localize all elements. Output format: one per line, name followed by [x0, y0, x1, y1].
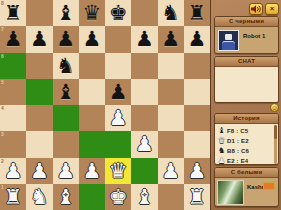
sidebar: × С черными Robot 1 CHAT ☺ История — [210, 0, 281, 210]
square-a1[interactable]: 1♜ — [0, 184, 26, 210]
square-g2[interactable]: ♟ — [158, 158, 184, 184]
square-d2[interactable]: ♟ — [79, 158, 105, 184]
square-c1[interactable]: ♝ — [53, 184, 79, 210]
smiley-icon: ☺ — [271, 104, 278, 111]
chess-board: 8♜♝♛♚♞♜7♟♟♟♟♟♟♟6♞5♝♟4♟3♟2♟♟♟♟♛♟♟1♜♞♝♚♝♜ — [0, 0, 210, 210]
square-a6[interactable]: 6 — [0, 53, 26, 79]
square-d1[interactable] — [79, 184, 105, 210]
player-avatar-photo — [217, 180, 244, 205]
square-f1[interactable]: ♝ — [131, 184, 157, 210]
white-pawn-icon: ♟ — [218, 156, 227, 165]
square-b2[interactable]: ♟ — [26, 158, 52, 184]
white-rook-a1: ♜ — [4, 184, 23, 210]
square-c3[interactable] — [53, 131, 79, 157]
square-h7[interactable]: ♟ — [184, 26, 210, 52]
square-f3[interactable]: ♟ — [131, 131, 157, 157]
square-g8[interactable]: ♞ — [158, 0, 184, 26]
square-a7[interactable]: 7♟ — [0, 26, 26, 52]
square-g4[interactable] — [158, 105, 184, 131]
square-b3[interactable] — [26, 131, 52, 157]
square-c5[interactable]: ♝ — [53, 79, 79, 105]
move-text: B8 : C6 — [227, 148, 249, 154]
square-a3[interactable]: 3 — [0, 131, 26, 157]
history-move-row[interactable]: ♞B8 : C6 — [218, 146, 272, 156]
square-b4[interactable] — [26, 105, 52, 131]
square-g3[interactable] — [158, 131, 184, 157]
black-pawn-c7: ♟ — [56, 26, 75, 52]
chat-panel: CHAT — [214, 56, 279, 103]
robot-icon — [225, 34, 232, 40]
rank-label-5: 5 — [1, 79, 4, 85]
sound-button[interactable] — [249, 3, 263, 15]
square-e7[interactable] — [105, 26, 131, 52]
white-pawn-c2: ♟ — [56, 158, 75, 184]
square-a5[interactable]: 5 — [0, 79, 26, 105]
white-pawn-g2: ♟ — [161, 158, 180, 184]
square-d5[interactable] — [79, 79, 105, 105]
black-knight-icon: ♞ — [218, 146, 227, 156]
white-queen-e2: ♛ — [109, 158, 128, 184]
rank-label-4: 4 — [1, 105, 4, 111]
square-e3[interactable] — [105, 131, 131, 157]
opponent-panel-title: С черными — [215, 17, 278, 27]
white-pawn-h2: ♟ — [187, 158, 206, 184]
square-b7[interactable]: ♟ — [26, 26, 52, 52]
black-pawn-d7: ♟ — [82, 26, 101, 52]
black-knight-c6: ♞ — [56, 53, 75, 79]
square-e1[interactable]: ♚ — [105, 184, 131, 210]
white-pawn-d2: ♟ — [82, 158, 101, 184]
rank-label-6: 6 — [1, 53, 4, 59]
square-d6[interactable] — [79, 53, 105, 79]
opponent-panel: С черными Robot 1 — [214, 16, 279, 54]
chess-app-window: 8♜♝♛♚♞♜7♟♟♟♟♟♟♟6♞5♝♟4♟3♟2♟♟♟♟♛♟♟1♜♞♝♚♝♜ … — [0, 0, 281, 210]
black-rook-h8: ♜ — [187, 0, 206, 26]
square-f4[interactable] — [131, 105, 157, 131]
chat-messages-area[interactable] — [215, 67, 278, 103]
white-pawn-b2: ♟ — [30, 158, 49, 184]
rank-label-8: 8 — [1, 0, 4, 6]
black-queen-d8: ♛ — [82, 0, 101, 26]
square-f6[interactable] — [131, 53, 157, 79]
rank-label-3: 3 — [1, 131, 4, 137]
square-g6[interactable] — [158, 53, 184, 79]
square-g7[interactable]: ♟ — [158, 26, 184, 52]
square-a2[interactable]: 2♟ — [0, 158, 26, 184]
rank-label-7: 7 — [1, 26, 4, 32]
white-rook-h1: ♜ — [187, 184, 206, 210]
square-b1[interactable]: ♞ — [26, 184, 52, 210]
opponent-avatar — [218, 30, 239, 51]
square-h8[interactable]: ♜ — [184, 0, 210, 26]
square-f8[interactable] — [131, 0, 157, 26]
black-bishop-c5: ♝ — [56, 79, 75, 105]
close-icon: × — [270, 5, 275, 13]
history-panel: История ♝F8 : C5♛D1 : E2♞B8 : C6♟E2 : E4 — [214, 113, 279, 165]
chat-panel-title: CHAT — [215, 57, 278, 67]
black-knight-g8: ♞ — [161, 0, 180, 26]
square-b6[interactable] — [26, 53, 52, 79]
square-h3[interactable] — [184, 131, 210, 157]
history-scrollbar[interactable] — [274, 125, 277, 164]
rank-label-1: 1 — [1, 184, 4, 190]
square-d7[interactable]: ♟ — [79, 26, 105, 52]
square-h2[interactable]: ♟ — [184, 158, 210, 184]
square-e4[interactable]: ♟ — [105, 105, 131, 131]
square-f7[interactable]: ♟ — [131, 26, 157, 52]
square-d3[interactable] — [79, 131, 105, 157]
white-pawn-f3: ♟ — [135, 131, 154, 157]
black-pawn-f7: ♟ — [135, 26, 154, 52]
white-knight-b1: ♞ — [30, 184, 49, 210]
player-panel-title: С белыми — [215, 168, 278, 178]
black-pawn-b7: ♟ — [30, 26, 49, 52]
white-bishop-c1: ♝ — [56, 184, 75, 210]
black-rook-a8: ♜ — [4, 0, 23, 26]
square-b5[interactable] — [26, 79, 52, 105]
square-h6[interactable] — [184, 53, 210, 79]
history-move-row[interactable]: ♟E2 : E4 — [218, 156, 272, 165]
player-panel: С белыми Kashmon — [214, 167, 279, 207]
square-c7[interactable]: ♟ — [53, 26, 79, 52]
black-king-e8: ♚ — [109, 0, 128, 26]
rank-label-2: 2 — [1, 158, 4, 164]
square-e8[interactable]: ♚ — [105, 0, 131, 26]
square-g1[interactable] — [158, 184, 184, 210]
history-move-row[interactable]: ♛D1 : E2 — [218, 136, 272, 146]
black-pawn-e5: ♟ — [109, 79, 128, 105]
square-d4[interactable] — [79, 105, 105, 131]
history-move-row[interactable]: ♝F8 : C5 — [218, 126, 272, 136]
square-c4[interactable] — [53, 105, 79, 131]
move-history-list: ♝F8 : C5♛D1 : E2♞B8 : C6♟E2 : E4 — [215, 124, 278, 165]
black-bishop-c8: ♝ — [56, 0, 75, 26]
white-pawn-e4: ♟ — [109, 105, 128, 131]
white-queen-icon: ♛ — [218, 136, 227, 146]
square-h1[interactable]: ♜ — [184, 184, 210, 210]
move-text: D1 : E2 — [227, 138, 249, 144]
white-bishop-f1: ♝ — [135, 184, 154, 210]
square-h5[interactable] — [184, 79, 210, 105]
close-button[interactable]: × — [265, 3, 279, 15]
square-a4[interactable]: 4 — [0, 105, 26, 131]
square-f2[interactable] — [131, 158, 157, 184]
square-e5[interactable]: ♟ — [105, 79, 131, 105]
square-c8[interactable]: ♝ — [53, 0, 79, 26]
speaker-icon — [251, 5, 261, 13]
black-bishop-icon: ♝ — [218, 126, 227, 136]
opponent-name: Robot 1 — [243, 33, 265, 39]
square-g5[interactable] — [158, 79, 184, 105]
square-c2[interactable]: ♟ — [53, 158, 79, 184]
square-a8[interactable]: 8♜ — [0, 0, 26, 26]
square-h4[interactable] — [184, 105, 210, 131]
emoji-button[interactable]: ☺ — [270, 103, 279, 112]
white-pawn-a2: ♟ — [4, 158, 23, 184]
country-flag-icon — [263, 182, 275, 190]
square-e6[interactable] — [105, 53, 131, 79]
square-c6[interactable]: ♞ — [53, 53, 79, 79]
square-f5[interactable] — [131, 79, 157, 105]
black-pawn-h7: ♟ — [187, 26, 206, 52]
square-d8[interactable]: ♛ — [79, 0, 105, 26]
black-pawn-a7: ♟ — [4, 26, 23, 52]
move-text: F8 : C5 — [227, 128, 248, 134]
history-panel-title: История — [215, 114, 278, 124]
black-pawn-g7: ♟ — [161, 26, 180, 52]
square-e2[interactable]: ♛ — [105, 158, 131, 184]
white-king-e1: ♚ — [109, 184, 128, 210]
move-text: E2 : E4 — [227, 158, 248, 164]
square-b8[interactable] — [26, 0, 52, 26]
